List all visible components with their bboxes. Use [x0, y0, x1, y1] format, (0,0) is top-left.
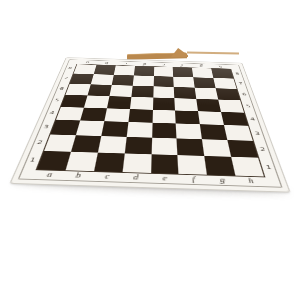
- square-b1[interactable]: [65, 151, 97, 170]
- square-c8[interactable]: [113, 65, 134, 75]
- square-d2[interactable]: [124, 137, 151, 154]
- square-c2[interactable]: [97, 136, 126, 153]
- square-e1[interactable]: [150, 154, 178, 173]
- file-label-top-c: c: [115, 61, 135, 65]
- square-g3[interactable]: [200, 124, 227, 140]
- square-a6[interactable]: [65, 83, 90, 95]
- square-e2[interactable]: [151, 137, 178, 154]
- square-b3[interactable]: [75, 120, 103, 136]
- square-h6[interactable]: [215, 88, 239, 100]
- square-a5[interactable]: [61, 94, 87, 107]
- square-g8[interactable]: [192, 67, 213, 77]
- file-label-top-h: h: [210, 64, 230, 68]
- file-label-bottom-h: h: [235, 176, 266, 186]
- file-label-top-d: d: [134, 61, 153, 65]
- file-label-bottom-e: e: [150, 173, 179, 183]
- file-label-top-b: b: [96, 60, 116, 64]
- board-grid: [37, 64, 264, 176]
- square-a2[interactable]: [44, 134, 76, 151]
- square-d6[interactable]: [131, 85, 153, 97]
- square-h1[interactable]: [231, 156, 264, 176]
- square-e4[interactable]: [152, 109, 176, 123]
- square-a4[interactable]: [55, 106, 83, 120]
- square-f4[interactable]: [175, 110, 200, 124]
- square-c4[interactable]: [104, 108, 130, 122]
- square-h7[interactable]: [213, 77, 236, 88]
- square-d4[interactable]: [128, 108, 152, 122]
- square-c1[interactable]: [93, 152, 124, 171]
- square-d7[interactable]: [132, 75, 153, 86]
- photo-scene: abcdefgh abcdefgh 87654321 87654321: [0, 0, 300, 300]
- square-f7[interactable]: [173, 76, 194, 87]
- square-a8[interactable]: [73, 64, 96, 74]
- file-label-bottom-a: a: [33, 170, 65, 180]
- square-g2[interactable]: [202, 139, 231, 156]
- square-c7[interactable]: [111, 74, 133, 85]
- square-b6[interactable]: [87, 84, 111, 96]
- file-label-top-g: g: [191, 63, 211, 67]
- square-f5[interactable]: [174, 97, 198, 110]
- square-h8[interactable]: [211, 68, 233, 78]
- square-g1[interactable]: [204, 156, 235, 176]
- square-b5[interactable]: [83, 95, 108, 108]
- file-label-bottom-g: g: [207, 175, 237, 185]
- square-h3[interactable]: [224, 125, 253, 141]
- square-e8[interactable]: [153, 66, 173, 76]
- square-b2[interactable]: [70, 135, 100, 152]
- square-e5[interactable]: [152, 97, 175, 110]
- file-label-top-e: e: [153, 62, 172, 66]
- square-f6[interactable]: [174, 86, 196, 98]
- square-d1[interactable]: [122, 153, 151, 172]
- chessboard: abcdefgh abcdefgh 87654321 87654321: [10, 57, 288, 191]
- cardboard-edge-thin: [187, 52, 239, 55]
- square-d8[interactable]: [133, 66, 153, 76]
- square-f3[interactable]: [176, 123, 202, 139]
- square-e3[interactable]: [151, 122, 176, 138]
- square-b4[interactable]: [79, 107, 106, 121]
- square-f8[interactable]: [173, 67, 193, 77]
- square-g5[interactable]: [196, 98, 221, 111]
- square-c5[interactable]: [106, 95, 130, 108]
- file-label-bottom-f: f: [178, 174, 208, 184]
- square-d3[interactable]: [126, 122, 152, 138]
- file-label-bottom-b: b: [62, 171, 93, 181]
- file-label-top-a: a: [77, 60, 97, 64]
- square-d5[interactable]: [129, 96, 152, 109]
- file-label-bottom-d: d: [121, 172, 150, 182]
- square-a3[interactable]: [50, 119, 80, 135]
- file-label-top-f: f: [172, 63, 191, 67]
- square-a7[interactable]: [69, 73, 93, 84]
- square-h5[interactable]: [218, 99, 244, 112]
- square-c3[interactable]: [100, 121, 127, 137]
- square-b7[interactable]: [90, 74, 113, 85]
- square-c6[interactable]: [109, 84, 132, 96]
- square-h2[interactable]: [227, 140, 258, 158]
- square-h4[interactable]: [221, 111, 248, 125]
- square-g6[interactable]: [194, 87, 217, 99]
- board-3d: abcdefgh abcdefgh 87654321 87654321: [10, 57, 288, 191]
- square-g4[interactable]: [198, 110, 224, 124]
- square-f1[interactable]: [177, 155, 206, 174]
- square-e7[interactable]: [153, 76, 174, 87]
- square-g7[interactable]: [193, 77, 215, 88]
- file-label-bottom-c: c: [91, 171, 121, 181]
- square-e6[interactable]: [152, 86, 174, 98]
- square-f2[interactable]: [176, 138, 204, 155]
- square-b8[interactable]: [93, 64, 115, 74]
